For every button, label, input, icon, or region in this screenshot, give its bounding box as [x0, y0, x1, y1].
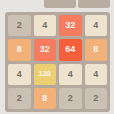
board-grid[interactable]: 243248326484128442822: [8, 15, 107, 109]
tile-2-r4c1: 2: [8, 88, 31, 109]
tile-2-r4c4: 2: [85, 88, 108, 109]
tile-2-r4c3: 2: [59, 88, 82, 109]
tile-8-r2c4: 8: [85, 39, 108, 60]
tile-2-r1c1: 2: [8, 15, 31, 36]
tile-32-r2c2: 32: [34, 39, 57, 60]
game-board[interactable]: 243248326484128442822: [5, 12, 110, 112]
tile-32-r1c3: 32: [59, 15, 82, 36]
best-score-box: [78, 0, 110, 8]
tile-4-r1c2: 4: [34, 15, 57, 36]
game-stage: 243248326484128442822: [0, 0, 114, 114]
tile-4-r3c3: 4: [59, 64, 82, 85]
score-box: [44, 0, 76, 8]
tile-4-r3c4: 4: [85, 64, 108, 85]
tile-128-r3c2: 128: [34, 64, 57, 85]
score-bar: [44, 0, 110, 8]
tile-64-r2c3: 64: [59, 39, 82, 60]
tile-8-r4c2: 8: [34, 88, 57, 109]
tile-4-r3c1: 4: [8, 64, 31, 85]
tile-4-r1c4: 4: [85, 15, 108, 36]
tile-8-r2c1: 8: [8, 39, 31, 60]
